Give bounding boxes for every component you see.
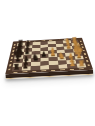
square: ♟: [39, 53, 48, 57]
square: [39, 65, 48, 70]
piece-white-rook: ♜: [77, 58, 85, 67]
piece-black-pawn: ♟: [41, 51, 47, 58]
board-scene: ♜♟♟♜♞♟♟♞♝♟♟♝♛♟♟♛♚♟♟♚♝♟♞♞♟♝♟♟♜♟♟♜: [2, 18, 94, 80]
square: ♞: [56, 56, 65, 60]
piece-white-pawn: ♟: [49, 50, 55, 57]
piece-white-pawn: ♟: [65, 43, 71, 49]
piece-black-rook: ♜: [12, 62, 20, 71]
chess-set-product-photo[interactable]: ♜♟♟♜♞♟♟♞♝♟♟♝♛♟♟♛♚♟♟♚♝♟♞♞♟♝♟♟♜♟♟♜: [0, 0, 95, 126]
square: [30, 65, 39, 70]
square: ♜: [11, 66, 21, 71]
piece-black-pawn: ♟: [22, 63, 29, 70]
piece-white-knight: ♞: [57, 51, 65, 60]
square: [39, 61, 48, 65]
square: ♞: [31, 57, 40, 61]
piece-white-pawn: ♟: [68, 60, 75, 67]
square: [48, 64, 58, 69]
board-grid: ♜♟♟♜♞♟♟♞♝♟♟♝♛♟♟♛♚♟♟♚♝♟♞♞♟♝♟♟♜♟♟♜: [11, 39, 85, 70]
piece-black-pawn: ♟: [24, 48, 30, 54]
square: ♜: [75, 63, 85, 68]
piece-black-knight: ♞: [31, 53, 39, 62]
square: [48, 60, 57, 64]
chess-board: ♜♟♟♜♞♟♟♞♝♟♟♝♛♟♟♛♚♟♟♚♝♟♞♞♟♝♟♟♜♟♟♜: [5, 37, 93, 73]
square: [57, 64, 67, 69]
